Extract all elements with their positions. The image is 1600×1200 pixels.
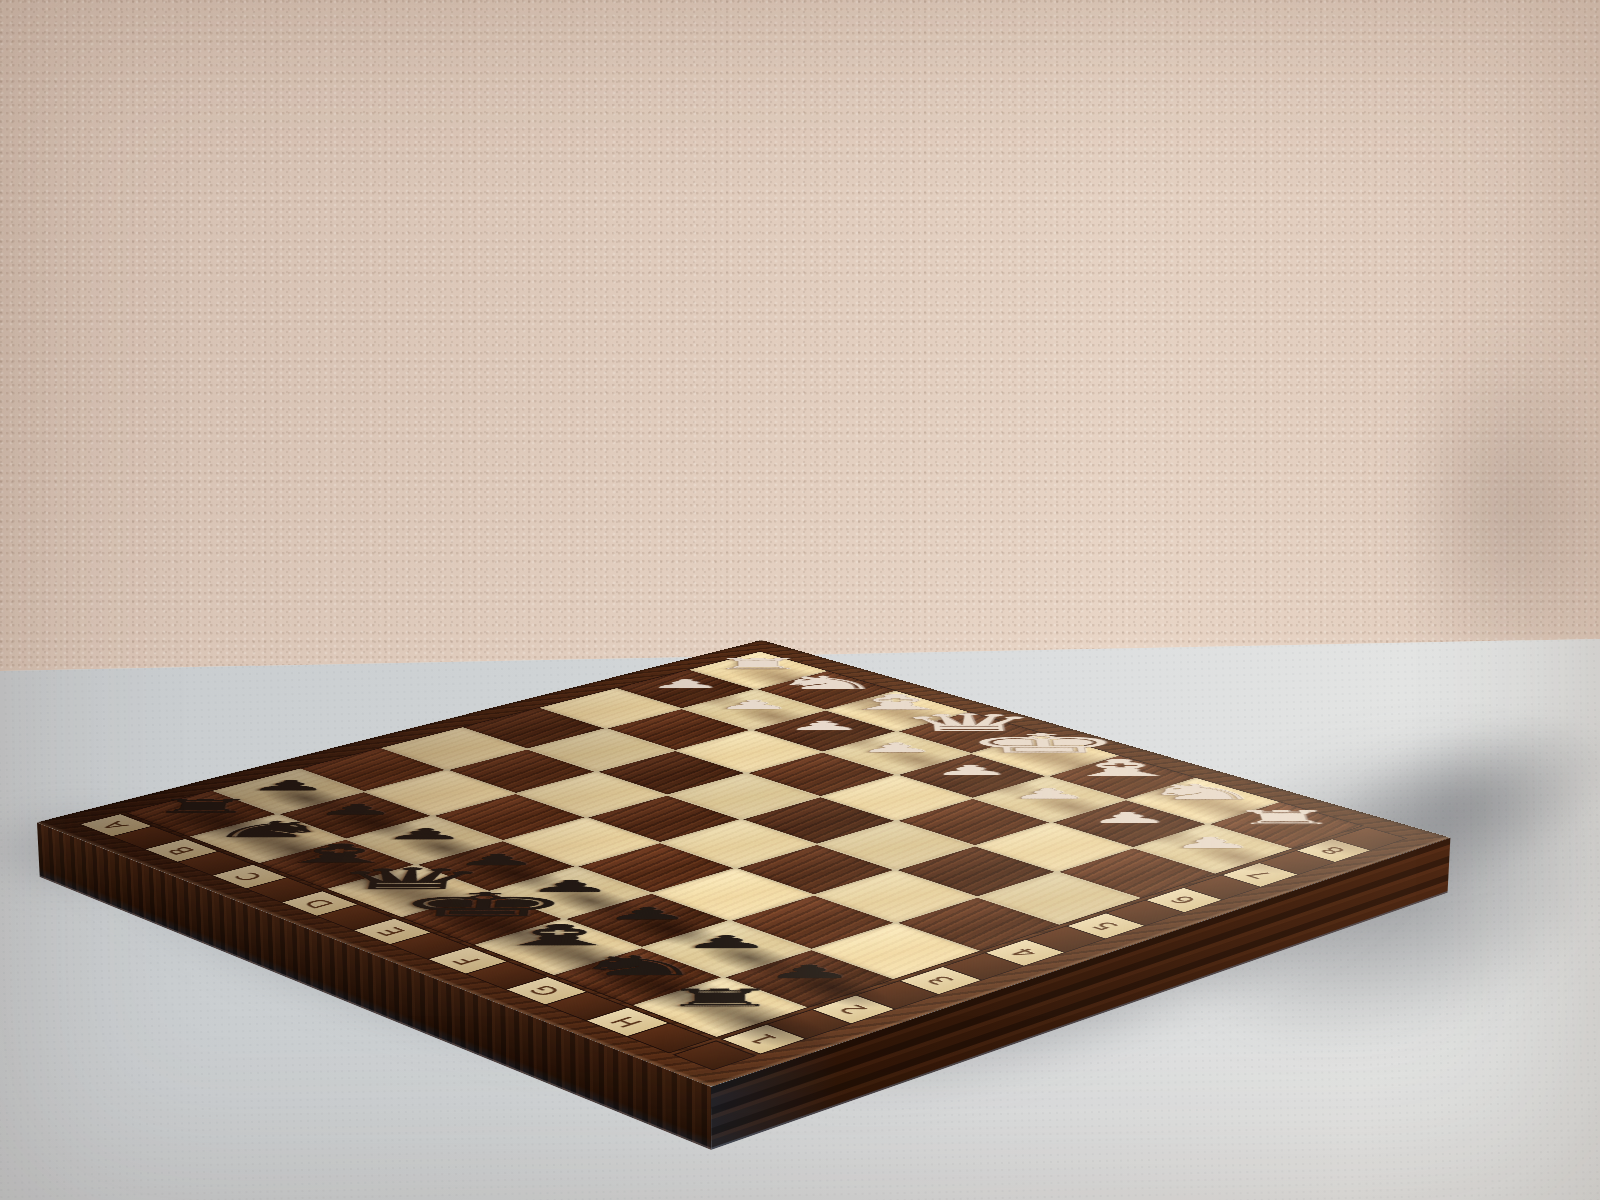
- file-label-text: E: [371, 925, 413, 938]
- square-f4[interactable]: [738, 845, 894, 894]
- square-h7[interactable]: [1135, 825, 1289, 873]
- rank-label-text: 6: [1164, 894, 1203, 907]
- rank-label-text: 3: [920, 973, 962, 987]
- rank-label-text: 4: [1004, 946, 1045, 960]
- white-king-glyph: ♚: [960, 730, 1128, 757]
- chess-board: ABCDEFGH 87654321 ♜♞♝♛♚♝♞♜♟♟♟♟♟♟♟♟♟♟♟♟♟♟…: [37, 640, 1450, 1087]
- black-rook-glyph: ♜: [145, 797, 261, 816]
- white-bishop-glyph: ♝: [1049, 756, 1193, 779]
- rank-label-text: 1: [742, 1031, 786, 1046]
- rank-label-text: 7: [1241, 869, 1280, 881]
- white-pawn-glyph: ♟: [1005, 786, 1092, 800]
- file-label-text: A: [96, 819, 137, 831]
- white-rook-glyph: ♜: [1225, 808, 1342, 827]
- square-e3[interactable]: [578, 843, 734, 892]
- white-pawn-glyph: ♟: [929, 763, 1014, 777]
- file-label-text: F: [447, 954, 488, 967]
- square-g3[interactable]: [732, 896, 893, 949]
- rank-label-text: 5: [1086, 919, 1126, 932]
- black-pawn-glyph: ♟: [312, 802, 401, 817]
- file-label-text: C: [228, 870, 270, 883]
- square-f2[interactable]: [567, 894, 728, 947]
- square-f3[interactable]: [654, 869, 812, 920]
- perspective-container: ABCDEFGH 87654321 ♜♞♝♛♚♝♞♜♟♟♟♟♟♟♟♟♟♟♟♟♟♟…: [0, 0, 1600, 1200]
- rank-label-text: 8: [1314, 845, 1352, 857]
- white-pawn-glyph: ♟: [714, 698, 793, 711]
- file-label-text: H: [604, 1014, 651, 1030]
- white-pawn-glyph: ♟: [646, 678, 724, 690]
- file-label-text: B: [161, 844, 202, 856]
- black-pawn-glyph: ♟: [245, 779, 333, 793]
- square-h6[interactable]: [1059, 848, 1216, 898]
- square-g5[interactable]: [898, 847, 1054, 897]
- square-g4[interactable]: [816, 871, 975, 922]
- white-knight-glyph: ♞: [1134, 781, 1267, 803]
- white-pawn-glyph: ♟: [855, 741, 938, 754]
- file-label-text: G: [523, 983, 569, 999]
- white-pawn-glyph: ♟: [784, 719, 865, 732]
- scene: ABCDEFGH 87654321 ♜♞♝♛♚♝♞♜♟♟♟♟♟♟♟♟♟♟♟♟♟♟…: [0, 0, 1600, 1200]
- square-g2[interactable]: [645, 922, 809, 977]
- rank-label-text: 2: [832, 1002, 875, 1017]
- file-label-text: D: [297, 896, 341, 910]
- square-g6[interactable]: [977, 823, 1131, 871]
- white-rook-glyph: ♜: [708, 656, 807, 671]
- white-pawn-glyph: ♟: [1084, 810, 1173, 825]
